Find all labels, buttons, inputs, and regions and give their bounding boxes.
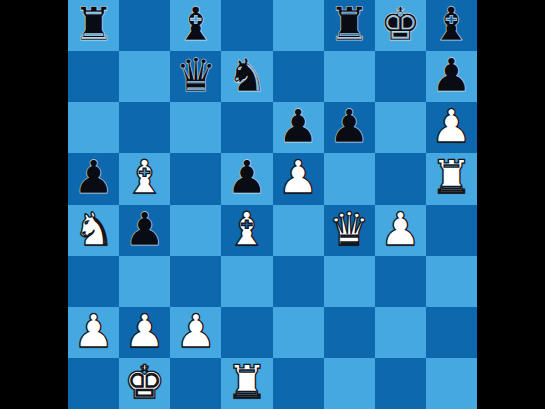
piece-white-bishop[interactable]: ♝ [226, 205, 267, 255]
square-b4[interactable]: ♟ [119, 205, 170, 256]
square-b8[interactable] [119, 0, 170, 51]
square-b2[interactable]: ♟ [119, 307, 170, 358]
square-a5[interactable]: ♟ [68, 153, 119, 204]
square-g1[interactable] [375, 358, 426, 409]
square-h5[interactable]: ♜ [426, 153, 477, 204]
square-a3[interactable] [68, 256, 119, 307]
square-f7[interactable] [324, 51, 375, 102]
piece-black-rook[interactable]: ♜ [329, 0, 370, 50]
square-d8[interactable] [221, 0, 272, 51]
piece-black-king[interactable]: ♚ [380, 0, 421, 50]
piece-white-pawn[interactable]: ♟ [431, 102, 472, 152]
piece-black-bishop[interactable]: ♝ [431, 0, 472, 50]
square-b6[interactable] [119, 102, 170, 153]
square-a1[interactable] [68, 358, 119, 409]
square-e7[interactable] [273, 51, 324, 102]
square-h7[interactable]: ♟ [426, 51, 477, 102]
square-h2[interactable] [426, 307, 477, 358]
square-g4[interactable]: ♟ [375, 205, 426, 256]
square-g2[interactable] [375, 307, 426, 358]
piece-white-rook[interactable]: ♜ [431, 153, 472, 203]
square-f4[interactable]: ♛ [324, 205, 375, 256]
square-b1[interactable]: ♚ [119, 358, 170, 409]
piece-black-pawn[interactable]: ♟ [124, 205, 165, 255]
square-d3[interactable] [221, 256, 272, 307]
piece-black-pawn[interactable]: ♟ [431, 51, 472, 101]
piece-black-knight[interactable]: ♞ [226, 51, 267, 101]
square-g6[interactable] [375, 102, 426, 153]
square-c6[interactable] [170, 102, 221, 153]
square-e5[interactable]: ♟ [273, 153, 324, 204]
piece-black-queen[interactable]: ♛ [175, 51, 216, 101]
square-e3[interactable] [273, 256, 324, 307]
piece-white-rook[interactable]: ♜ [226, 358, 267, 408]
square-b3[interactable] [119, 256, 170, 307]
square-h6[interactable]: ♟ [426, 102, 477, 153]
square-b7[interactable] [119, 51, 170, 102]
square-f5[interactable] [324, 153, 375, 204]
piece-white-pawn[interactable]: ♟ [277, 153, 318, 203]
piece-white-pawn[interactable]: ♟ [124, 307, 165, 357]
square-d2[interactable] [221, 307, 272, 358]
square-c1[interactable] [170, 358, 221, 409]
app-window: ♜♝♜♚♝♛♞♟♟♟♟♟♝♟♟♜♞♟♝♛♟♟♟♟♚♜ [0, 0, 545, 409]
square-e2[interactable] [273, 307, 324, 358]
square-d6[interactable] [221, 102, 272, 153]
square-d7[interactable]: ♞ [221, 51, 272, 102]
square-g5[interactable] [375, 153, 426, 204]
piece-black-pawn[interactable]: ♟ [277, 102, 318, 152]
square-c7[interactable]: ♛ [170, 51, 221, 102]
square-g7[interactable] [375, 51, 426, 102]
piece-black-rook[interactable]: ♜ [73, 0, 114, 50]
square-a2[interactable]: ♟ [68, 307, 119, 358]
piece-white-queen[interactable]: ♛ [329, 205, 370, 255]
piece-white-knight[interactable]: ♞ [73, 205, 114, 255]
piece-white-pawn[interactable]: ♟ [175, 307, 216, 357]
square-h8[interactable]: ♝ [426, 0, 477, 51]
square-e6[interactable]: ♟ [273, 102, 324, 153]
piece-white-pawn[interactable]: ♟ [73, 307, 114, 357]
piece-black-pawn[interactable]: ♟ [226, 153, 267, 203]
piece-black-pawn[interactable]: ♟ [329, 102, 370, 152]
square-f3[interactable] [324, 256, 375, 307]
square-e1[interactable] [273, 358, 324, 409]
square-f8[interactable]: ♜ [324, 0, 375, 51]
square-a6[interactable] [68, 102, 119, 153]
square-a4[interactable]: ♞ [68, 205, 119, 256]
square-h3[interactable] [426, 256, 477, 307]
square-e4[interactable] [273, 205, 324, 256]
square-f6[interactable]: ♟ [324, 102, 375, 153]
square-g8[interactable]: ♚ [375, 0, 426, 51]
square-c8[interactable]: ♝ [170, 0, 221, 51]
chess-board: ♜♝♜♚♝♛♞♟♟♟♟♟♝♟♟♜♞♟♝♛♟♟♟♟♚♜ [68, 0, 477, 409]
square-d1[interactable]: ♜ [221, 358, 272, 409]
square-c3[interactable] [170, 256, 221, 307]
square-c2[interactable]: ♟ [170, 307, 221, 358]
square-h4[interactable] [426, 205, 477, 256]
square-c4[interactable] [170, 205, 221, 256]
square-d4[interactable]: ♝ [221, 205, 272, 256]
square-a7[interactable] [68, 51, 119, 102]
piece-black-bishop[interactable]: ♝ [175, 0, 216, 50]
piece-white-bishop[interactable]: ♝ [124, 153, 165, 203]
piece-black-pawn[interactable]: ♟ [73, 153, 114, 203]
piece-white-king[interactable]: ♚ [124, 358, 165, 408]
square-a8[interactable]: ♜ [68, 0, 119, 51]
square-f1[interactable] [324, 358, 375, 409]
square-c5[interactable] [170, 153, 221, 204]
square-e8[interactable] [273, 0, 324, 51]
square-h1[interactable] [426, 358, 477, 409]
square-g3[interactable] [375, 256, 426, 307]
square-b5[interactable]: ♝ [119, 153, 170, 204]
piece-white-pawn[interactable]: ♟ [380, 205, 421, 255]
square-f2[interactable] [324, 307, 375, 358]
square-d5[interactable]: ♟ [221, 153, 272, 204]
